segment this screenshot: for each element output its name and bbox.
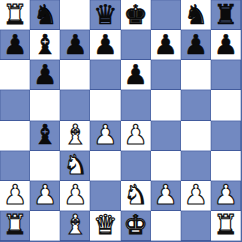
- square-e6[interactable]: ♟: [121, 60, 151, 90]
- square-f3[interactable]: [151, 151, 181, 181]
- square-g1[interactable]: [181, 211, 211, 241]
- black-king: ♚: [123, 1, 147, 28]
- black-knight: ♞: [184, 1, 208, 28]
- square-h6[interactable]: [211, 60, 241, 90]
- square-h1[interactable]: ♜: [211, 211, 241, 241]
- square-a1[interactable]: ♜: [0, 211, 30, 241]
- square-g3[interactable]: [181, 151, 211, 181]
- black-pawn: ♟: [3, 31, 27, 58]
- square-e1[interactable]: ♚: [121, 211, 151, 241]
- black-pawn: ♟: [33, 61, 57, 88]
- square-c5[interactable]: [60, 90, 90, 120]
- square-b4[interactable]: ♝: [30, 121, 60, 151]
- square-d2[interactable]: [90, 181, 120, 211]
- square-f4[interactable]: [151, 121, 181, 151]
- white-rook: ♜: [214, 211, 238, 238]
- square-a4[interactable]: [0, 121, 30, 151]
- white-rook: ♜: [3, 211, 27, 238]
- white-pawn: ♟: [154, 181, 178, 208]
- square-e4[interactable]: ♟: [121, 121, 151, 151]
- white-pawn: ♟: [184, 181, 208, 208]
- black-knight: ♞: [33, 1, 57, 28]
- square-c3[interactable]: ♞: [60, 151, 90, 181]
- square-b1[interactable]: [30, 211, 60, 241]
- square-c4[interactable]: ♝: [60, 121, 90, 151]
- white-rook: ♜: [3, 1, 27, 28]
- square-d6[interactable]: [90, 60, 120, 90]
- square-g2[interactable]: ♟: [181, 181, 211, 211]
- white-bishop: ♝: [63, 211, 87, 238]
- black-pawn: ♟: [123, 61, 147, 88]
- square-c8[interactable]: [60, 0, 90, 30]
- square-g8[interactable]: ♞: [181, 0, 211, 30]
- square-f6[interactable]: [151, 60, 181, 90]
- square-c2[interactable]: ♟: [60, 181, 90, 211]
- white-pawn: ♟: [63, 181, 87, 208]
- square-b8[interactable]: ♞: [30, 0, 60, 30]
- square-e5[interactable]: [121, 90, 151, 120]
- white-queen: ♛: [93, 211, 117, 238]
- black-pawn: ♟: [184, 31, 208, 58]
- square-b3[interactable]: [30, 151, 60, 181]
- square-c1[interactable]: ♝: [60, 211, 90, 241]
- white-bishop: ♝: [63, 121, 87, 148]
- square-h7[interactable]: ♟: [211, 30, 241, 60]
- black-queen: ♛: [93, 1, 117, 28]
- square-b6[interactable]: ♟: [30, 60, 60, 90]
- square-f5[interactable]: [151, 90, 181, 120]
- square-g4[interactable]: [181, 121, 211, 151]
- square-d4[interactable]: ♟: [90, 121, 120, 151]
- square-d3[interactable]: [90, 151, 120, 181]
- white-king: ♚: [123, 211, 147, 238]
- square-e2[interactable]: ♞: [121, 181, 151, 211]
- chess-board: ♜♞♛♚♞♜♟♝♟♟♟♟♟♟♟♝♝♟♟♞♟♟♟♞♟♟♟♜♝♛♚♜: [0, 0, 242, 242]
- square-a3[interactable]: [0, 151, 30, 181]
- square-b2[interactable]: ♟: [30, 181, 60, 211]
- square-f1[interactable]: [151, 211, 181, 241]
- white-pawn: ♟: [214, 181, 238, 208]
- white-knight: ♞: [63, 151, 87, 178]
- black-pawn: ♟: [214, 31, 238, 58]
- black-bishop: ♝: [33, 31, 57, 58]
- black-rook: ♜: [214, 1, 238, 28]
- square-f7[interactable]: ♟: [151, 30, 181, 60]
- black-pawn: ♟: [63, 31, 87, 58]
- square-d7[interactable]: ♟: [90, 30, 120, 60]
- square-a8[interactable]: ♜: [0, 0, 30, 30]
- square-h3[interactable]: [211, 151, 241, 181]
- square-d5[interactable]: [90, 90, 120, 120]
- black-pawn: ♟: [93, 31, 117, 58]
- white-pawn: ♟: [123, 121, 147, 148]
- white-pawn: ♟: [3, 181, 27, 208]
- square-f8[interactable]: [151, 0, 181, 30]
- square-a2[interactable]: ♟: [0, 181, 30, 211]
- square-a7[interactable]: ♟: [0, 30, 30, 60]
- square-e7[interactable]: [121, 30, 151, 60]
- square-h2[interactable]: ♟: [211, 181, 241, 211]
- square-h8[interactable]: ♜: [211, 0, 241, 30]
- square-c6[interactable]: [60, 60, 90, 90]
- square-e8[interactable]: ♚: [121, 0, 151, 30]
- square-f2[interactable]: ♟: [151, 181, 181, 211]
- square-d1[interactable]: ♛: [90, 211, 120, 241]
- square-b5[interactable]: [30, 90, 60, 120]
- square-b7[interactable]: ♝: [30, 30, 60, 60]
- white-pawn: ♟: [93, 121, 117, 148]
- square-d8[interactable]: ♛: [90, 0, 120, 30]
- square-c7[interactable]: ♟: [60, 30, 90, 60]
- square-e3[interactable]: [121, 151, 151, 181]
- white-pawn: ♟: [33, 181, 57, 208]
- white-knight: ♞: [123, 181, 147, 208]
- square-a5[interactable]: [0, 90, 30, 120]
- square-g5[interactable]: [181, 90, 211, 120]
- square-a6[interactable]: [0, 60, 30, 90]
- square-g6[interactable]: [181, 60, 211, 90]
- black-bishop: ♝: [33, 121, 57, 148]
- square-g7[interactable]: ♟: [181, 30, 211, 60]
- square-h5[interactable]: [211, 90, 241, 120]
- black-pawn: ♟: [154, 31, 178, 58]
- square-h4[interactable]: [211, 121, 241, 151]
